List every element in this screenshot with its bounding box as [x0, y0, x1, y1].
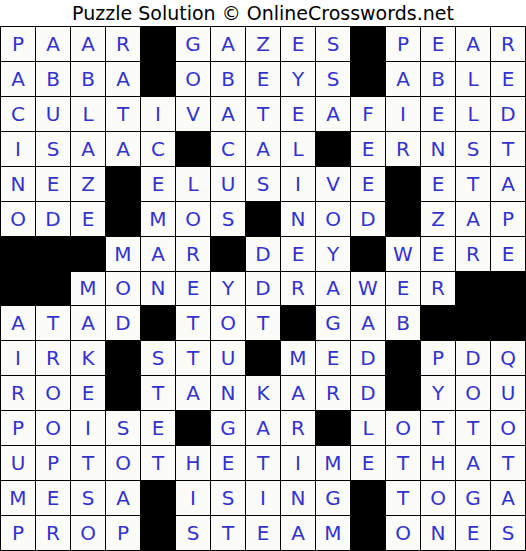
letter-cell: N [421, 516, 455, 550]
letter-cell: O [106, 272, 140, 306]
letter-cell: W [351, 272, 385, 306]
letter-cell: L [456, 97, 490, 131]
letter-cell: A [351, 306, 385, 340]
letter-cell: A [106, 62, 140, 96]
letter-cell: R [456, 237, 490, 271]
letter-cell: M [316, 516, 350, 550]
letter-cell: R [316, 376, 350, 410]
letter-cell: E [491, 237, 525, 271]
block-cell [36, 237, 70, 271]
letter-cell: L [281, 132, 315, 166]
letter-cell: E [351, 446, 385, 480]
letter-cell: A [456, 202, 490, 236]
letter-cell: I [1, 132, 35, 166]
block-cell [421, 306, 455, 340]
letter-cell: N [281, 202, 315, 236]
letter-cell: D [246, 272, 280, 306]
letter-cell: F [351, 97, 385, 131]
block-cell [141, 481, 175, 515]
letter-cell: S [71, 481, 105, 515]
letter-cell: T [421, 411, 455, 445]
letter-cell: S [211, 202, 245, 236]
block-cell [246, 341, 280, 375]
letter-cell: L [351, 411, 385, 445]
letter-cell: E [71, 202, 105, 236]
letter-cell: B [421, 62, 455, 96]
letter-cell: Z [71, 167, 105, 201]
letter-cell: H [176, 446, 210, 480]
letter-cell: Y [281, 62, 315, 96]
letter-cell: O [36, 376, 70, 410]
letter-cell: Y [421, 376, 455, 410]
letter-cell: M [106, 237, 140, 271]
letter-cell: G [316, 481, 350, 515]
letter-cell: O [386, 516, 420, 550]
letter-cell: C [141, 132, 175, 166]
letter-cell: N [211, 376, 245, 410]
letter-cell: E [176, 272, 210, 306]
letter-cell: L [71, 97, 105, 131]
letter-cell: T [491, 446, 525, 480]
letter-cell: I [281, 446, 315, 480]
letter-cell: R [491, 27, 525, 61]
letter-cell: U [211, 341, 245, 375]
letter-cell: I [281, 167, 315, 201]
letter-cell: E [281, 97, 315, 131]
letter-cell: G [456, 481, 490, 515]
letter-cell: T [246, 97, 280, 131]
letter-cell: P [386, 27, 420, 61]
block-cell [141, 62, 175, 96]
letter-cell: P [1, 27, 35, 61]
letter-cell: E [351, 167, 385, 201]
letter-cell: S [316, 27, 350, 61]
letter-cell: B [36, 62, 70, 96]
letter-cell: I [176, 481, 210, 515]
letter-cell: M [71, 272, 105, 306]
letter-cell: M [1, 481, 35, 515]
block-cell [176, 411, 210, 445]
letter-cell: E [421, 97, 455, 131]
letter-cell: D [351, 202, 385, 236]
letter-cell: S [36, 132, 70, 166]
letter-cell: O [316, 202, 350, 236]
letter-cell: E [141, 411, 175, 445]
letter-cell: I [141, 97, 175, 131]
letter-cell: T [491, 132, 525, 166]
block-cell [141, 306, 175, 340]
letter-cell: S [491, 516, 525, 550]
letter-cell: B [211, 62, 245, 96]
letter-cell: E [421, 27, 455, 61]
letter-cell: R [106, 27, 140, 61]
letter-cell: B [386, 306, 420, 340]
letter-cell: S [106, 411, 140, 445]
letter-cell: A [316, 272, 350, 306]
letter-cell: U [491, 376, 525, 410]
letter-cell: A [491, 167, 525, 201]
letter-cell: R [1, 376, 35, 410]
letter-cell: O [176, 202, 210, 236]
letter-cell: S [176, 516, 210, 550]
letter-cell: T [176, 306, 210, 340]
block-cell [106, 376, 140, 410]
letter-cell: R [281, 272, 315, 306]
letter-cell: R [421, 272, 455, 306]
crossword-grid: PAARGAZESPEARABBAOBEYSABLECULTIVATEAFIEL… [0, 26, 526, 551]
letter-cell: I [1, 341, 35, 375]
block-cell [386, 167, 420, 201]
letter-cell: A [1, 306, 35, 340]
block-cell [281, 306, 315, 340]
letter-cell: D [456, 341, 490, 375]
letter-cell: T [456, 411, 490, 445]
letter-cell: G [316, 306, 350, 340]
block-cell [351, 237, 385, 271]
letter-cell: O [106, 446, 140, 480]
block-cell [456, 272, 490, 306]
letter-cell: A [71, 306, 105, 340]
letter-cell: T [176, 341, 210, 375]
letter-cell: A [211, 27, 245, 61]
letter-cell: T [386, 481, 420, 515]
letter-cell: D [36, 202, 70, 236]
letter-cell: M [316, 446, 350, 480]
letter-cell: U [1, 446, 35, 480]
letter-cell: E [281, 27, 315, 61]
letter-cell: T [386, 446, 420, 480]
letter-cell: M [281, 341, 315, 375]
puzzle-solution-page: Puzzle Solution © OnlineCrosswords.net P… [0, 0, 526, 551]
letter-cell: A [141, 237, 175, 271]
letter-cell: D [246, 237, 280, 271]
letter-cell: E [386, 272, 420, 306]
letter-cell: P [1, 411, 35, 445]
letter-cell: O [1, 202, 35, 236]
letter-cell: E [36, 167, 70, 201]
letter-cell: T [246, 446, 280, 480]
letter-cell: A [316, 97, 350, 131]
letter-cell: A [71, 132, 105, 166]
letter-cell: Z [421, 202, 455, 236]
letter-cell: S [141, 341, 175, 375]
letter-cell: D [106, 306, 140, 340]
letter-cell: D [491, 97, 525, 131]
letter-cell: P [491, 202, 525, 236]
letter-cell: R [36, 341, 70, 375]
letter-cell: H [421, 446, 455, 480]
letter-cell: P [106, 516, 140, 550]
letter-cell: N [281, 481, 315, 515]
block-cell [491, 272, 525, 306]
letter-cell: S [246, 167, 280, 201]
letter-cell: S [211, 481, 245, 515]
letter-cell: A [1, 62, 35, 96]
letter-cell: A [456, 446, 490, 480]
letter-cell: K [71, 341, 105, 375]
letter-cell: V [316, 167, 350, 201]
letter-cell: U [211, 167, 245, 201]
letter-cell: Q [491, 341, 525, 375]
letter-cell: D [351, 376, 385, 410]
letter-cell: A [281, 516, 315, 550]
letter-cell: S [456, 132, 490, 166]
block-cell [491, 306, 525, 340]
letter-cell: E [211, 446, 245, 480]
letter-cell: R [36, 516, 70, 550]
letter-cell: O [176, 62, 210, 96]
letter-cell: O [386, 411, 420, 445]
letter-cell: E [316, 341, 350, 375]
letter-cell: T [211, 516, 245, 550]
block-cell [1, 272, 35, 306]
letter-cell: T [141, 376, 175, 410]
block-cell [106, 202, 140, 236]
block-cell [316, 132, 350, 166]
letter-cell: O [211, 306, 245, 340]
letter-cell: R [281, 411, 315, 445]
letter-cell: N [141, 272, 175, 306]
letter-cell: A [386, 62, 420, 96]
letter-cell: N [421, 132, 455, 166]
letter-cell: A [491, 481, 525, 515]
letter-cell: O [491, 411, 525, 445]
letter-cell: O [456, 376, 490, 410]
letter-cell: T [36, 306, 70, 340]
block-cell [456, 306, 490, 340]
block-cell [211, 237, 245, 271]
letter-cell: A [211, 97, 245, 131]
letter-cell: V [176, 97, 210, 131]
letter-cell: A [106, 481, 140, 515]
letter-cell: C [211, 132, 245, 166]
letter-cell: A [36, 27, 70, 61]
block-cell [71, 237, 105, 271]
letter-cell: P [421, 341, 455, 375]
letter-cell: E [71, 376, 105, 410]
block-cell [176, 132, 210, 166]
block-cell [106, 341, 140, 375]
letter-cell: C [1, 97, 35, 131]
letter-cell: A [246, 411, 280, 445]
letter-cell: A [71, 27, 105, 61]
letter-cell: O [36, 411, 70, 445]
letter-cell: E [281, 237, 315, 271]
block-cell [386, 341, 420, 375]
letter-cell: R [176, 237, 210, 271]
letter-cell: I [71, 411, 105, 445]
letter-cell: T [141, 446, 175, 480]
block-cell [36, 272, 70, 306]
letter-cell: O [71, 516, 105, 550]
letter-cell: E [246, 62, 280, 96]
letter-cell: L [456, 62, 490, 96]
letter-cell: E [456, 516, 490, 550]
letter-cell: E [141, 167, 175, 201]
letter-cell: T [106, 97, 140, 131]
letter-cell: N [1, 167, 35, 201]
block-cell [316, 411, 350, 445]
letter-cell: A [281, 376, 315, 410]
letter-cell: A [176, 376, 210, 410]
letter-cell: I [246, 481, 280, 515]
letter-cell: E [491, 62, 525, 96]
letter-cell: E [421, 167, 455, 201]
letter-cell: P [36, 446, 70, 480]
block-cell [141, 516, 175, 550]
letter-cell: R [386, 132, 420, 166]
block-cell [351, 27, 385, 61]
block-cell [386, 202, 420, 236]
letter-cell: S [316, 62, 350, 96]
letter-cell: G [211, 411, 245, 445]
block-cell [1, 237, 35, 271]
letter-cell: G [176, 27, 210, 61]
page-title: Puzzle Solution © OnlineCrosswords.net [0, 0, 526, 26]
letter-cell: E [246, 516, 280, 550]
letter-cell: P [1, 516, 35, 550]
letter-cell: E [36, 481, 70, 515]
letter-cell: K [246, 376, 280, 410]
letter-cell: E [351, 132, 385, 166]
letter-cell: L [176, 167, 210, 201]
letter-cell: U [36, 97, 70, 131]
block-cell [246, 202, 280, 236]
block-cell [351, 516, 385, 550]
letter-cell: B [71, 62, 105, 96]
block-cell [351, 62, 385, 96]
letter-cell: O [421, 481, 455, 515]
block-cell [141, 27, 175, 61]
letter-cell: Z [246, 27, 280, 61]
letter-cell: T [71, 446, 105, 480]
block-cell [106, 167, 140, 201]
block-cell [351, 481, 385, 515]
letter-cell: Y [211, 272, 245, 306]
letter-cell: T [456, 167, 490, 201]
letter-cell: W [386, 237, 420, 271]
letter-cell: I [386, 97, 420, 131]
letter-cell: E [421, 237, 455, 271]
letter-cell: Y [316, 237, 350, 271]
block-cell [386, 376, 420, 410]
letter-cell: A [456, 27, 490, 61]
letter-cell: D [351, 341, 385, 375]
letter-cell: A [246, 132, 280, 166]
letter-cell: T [246, 306, 280, 340]
letter-cell: A [106, 132, 140, 166]
letter-cell: M [141, 202, 175, 236]
